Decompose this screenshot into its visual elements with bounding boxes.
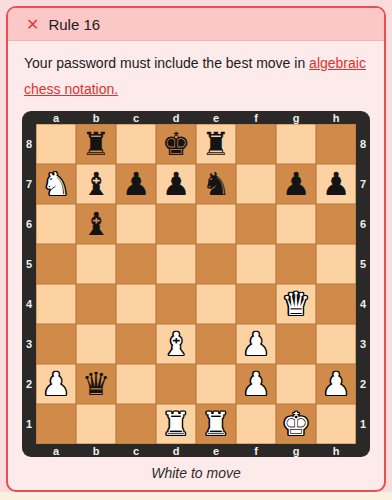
piece-black-rook: ♜ [202,128,231,160]
file-label-b: b [76,111,116,124]
square-c5 [116,244,156,284]
square-g5 [276,244,316,284]
rank-label-3: 3 [22,324,36,364]
algebraic-notation-link-continued[interactable]: chess notation. [24,81,118,97]
file-label-c: c [116,444,156,457]
square-h8 [316,124,356,164]
square-b8: ♜ [76,124,116,164]
square-f1 [236,404,276,444]
square-e8: ♜ [196,124,236,164]
square-f7 [236,164,276,204]
rank-label-3: 3 [356,324,370,364]
piece-black-pawn: ♟ [122,168,151,200]
square-b2: ♛ [76,364,116,404]
file-label-d: d [156,444,196,457]
square-f3: ♟ [236,324,276,364]
rule-description: Your password must include the best move… [8,41,384,107]
square-h4 [316,284,356,324]
file-label-h: h [316,444,356,457]
square-c7: ♟ [116,164,156,204]
square-f5 [236,244,276,284]
square-e5 [196,244,236,284]
square-c1 [116,404,156,444]
square-a4 [36,284,76,324]
square-d8: ♚ [156,124,196,164]
square-h2: ♟ [316,364,356,404]
file-label-c: c [116,111,156,124]
square-e3 [196,324,236,364]
square-a6 [36,204,76,244]
piece-black-pawn: ♟ [282,168,311,200]
square-d5 [156,244,196,284]
square-c2 [116,364,156,404]
piece-black-bishop: ♝ [82,208,111,240]
square-h6 [316,204,356,244]
rule-card-header: ✕ Rule 16 [8,8,384,41]
board-frame-corner [356,111,370,124]
chess-board: abcdefgh8♜♚♜87♞♝♟♟♞♟♟76♝6554♛43♝♟32♟♛♟♟2… [22,111,370,457]
square-h1 [316,404,356,444]
piece-white-rook: ♜ [202,408,231,440]
piece-white-pawn: ♟ [322,368,351,400]
piece-black-pawn: ♟ [162,168,191,200]
square-d4 [156,284,196,324]
rank-label-5: 5 [356,244,370,284]
rank-label-7: 7 [22,164,36,204]
file-label-g: g [276,444,316,457]
rank-label-6: 6 [356,204,370,244]
piece-white-pawn: ♟ [242,368,271,400]
square-e2 [196,364,236,404]
square-d3: ♝ [156,324,196,364]
side-to-move-caption: White to move [8,457,384,490]
square-e7: ♞ [196,164,236,204]
square-h5 [316,244,356,284]
square-b5 [76,244,116,284]
file-label-g: g [276,111,316,124]
square-g3 [276,324,316,364]
square-f8 [236,124,276,164]
square-c8 [116,124,156,164]
square-b6: ♝ [76,204,116,244]
square-f4 [236,284,276,324]
square-c3 [116,324,156,364]
piece-black-queen: ♛ [82,368,111,400]
square-b4 [76,284,116,324]
rank-label-6: 6 [22,204,36,244]
file-label-d: d [156,111,196,124]
rank-label-8: 8 [356,124,370,164]
piece-black-bishop: ♝ [82,168,111,200]
square-a2: ♟ [36,364,76,404]
rank-label-4: 4 [22,284,36,324]
square-a1 [36,404,76,444]
piece-white-bishop: ♝ [162,328,191,360]
rank-label-7: 7 [356,164,370,204]
rule-description-line1: Your password must include the best move… [24,50,378,76]
board-frame-corner [22,111,36,124]
square-e1: ♜ [196,404,236,444]
board-frame-corner [22,444,36,457]
piece-black-pawn: ♟ [322,168,351,200]
rank-label-2: 2 [356,364,370,404]
algebraic-notation-link[interactable]: algebraic [309,55,366,71]
rank-label-5: 5 [22,244,36,284]
square-g6 [276,204,316,244]
square-d1: ♜ [156,404,196,444]
square-b3 [76,324,116,364]
square-d7: ♟ [156,164,196,204]
file-label-f: f [236,111,276,124]
piece-white-rook: ♜ [162,408,191,440]
rule-text-prefix: Your password must include the best move… [24,55,305,71]
square-g4: ♛ [276,284,316,324]
square-e4 [196,284,236,324]
piece-black-knight: ♞ [202,168,231,200]
square-a5 [36,244,76,284]
square-h7: ♟ [316,164,356,204]
square-d6 [156,204,196,244]
rank-label-1: 1 [22,404,36,444]
square-a3 [36,324,76,364]
square-g7: ♟ [276,164,316,204]
piece-black-king: ♚ [162,128,191,160]
square-g8 [276,124,316,164]
square-b1 [76,404,116,444]
rank-label-4: 4 [356,284,370,324]
square-h3 [316,324,356,364]
piece-black-rook: ♜ [82,128,111,160]
square-c4 [116,284,156,324]
square-d2 [156,364,196,404]
file-label-e: e [196,111,236,124]
rule-card: ✕ Rule 16 Your password must include the… [6,6,386,492]
square-g1: ♚ [276,404,316,444]
square-g2 [276,364,316,404]
file-label-a: a [36,111,76,124]
rule-failed-x-icon: ✕ [26,17,39,33]
board-frame-corner [356,444,370,457]
piece-white-pawn: ♟ [42,368,71,400]
square-f6 [236,204,276,244]
square-a8 [36,124,76,164]
square-a7: ♞ [36,164,76,204]
square-c6 [116,204,156,244]
file-label-e: e [196,444,236,457]
piece-white-pawn: ♟ [242,328,271,360]
square-f2: ♟ [236,364,276,404]
piece-white-king: ♚ [282,408,311,440]
file-label-b: b [76,444,116,457]
square-e6 [196,204,236,244]
rank-label-1: 1 [356,404,370,444]
rank-label-8: 8 [22,124,36,164]
rank-label-2: 2 [22,364,36,404]
file-label-f: f [236,444,276,457]
rule-title: Rule 16 [48,16,100,33]
piece-white-queen: ♛ [282,288,311,320]
rule-description-line2: chess notation. [24,76,378,102]
piece-white-knight: ♞ [42,168,71,200]
file-label-h: h [316,111,356,124]
square-b7: ♝ [76,164,116,204]
file-label-a: a [36,444,76,457]
